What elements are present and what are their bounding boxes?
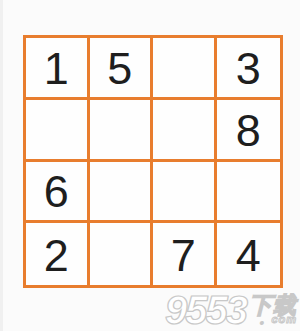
- cell-r2c3: [153, 100, 217, 162]
- cell-r1c2: 5: [90, 38, 154, 100]
- cell-r4c2: [90, 223, 154, 285]
- cell-value: 1: [44, 44, 69, 91]
- cell-r3c1: 6: [26, 162, 90, 224]
- cell-r3c2: [90, 162, 154, 224]
- page-edge-shade: [0, 0, 3, 331]
- cell-value: 6: [44, 167, 69, 214]
- cell-r3c3: [153, 162, 217, 224]
- cell-value: 7: [171, 231, 196, 278]
- cell-r4c4: 4: [217, 223, 281, 285]
- puzzle-grid: 1 5 3 8 6 2 7 4: [23, 35, 283, 288]
- cell-r4c3: 7: [153, 223, 217, 285]
- cell-r2c1: [26, 100, 90, 162]
- cell-r1c1: 1: [26, 38, 90, 100]
- puzzle-image: 1 5 3 8 6 2 7 4 9553 下载 。com: [0, 0, 300, 331]
- watermark-com-text: 。com: [259, 314, 297, 325]
- cell-r1c3: [153, 38, 217, 100]
- watermark-digits: 9553: [165, 294, 246, 327]
- cell-value: 5: [107, 44, 132, 91]
- cell-value: 8: [236, 106, 261, 153]
- cell-value: 4: [236, 231, 261, 278]
- cell-r1c4: 3: [217, 38, 281, 100]
- cell-r2c2: [90, 100, 154, 162]
- watermark-right-block: 下载 。com: [249, 294, 297, 325]
- cell-r4c1: 2: [26, 223, 90, 285]
- cell-r3c4: [217, 162, 281, 224]
- cell-r2c4: 8: [217, 100, 281, 162]
- watermark-9553: 9553 下载 。com: [165, 294, 297, 327]
- cell-value: 3: [236, 44, 261, 91]
- cell-value: 2: [44, 231, 69, 278]
